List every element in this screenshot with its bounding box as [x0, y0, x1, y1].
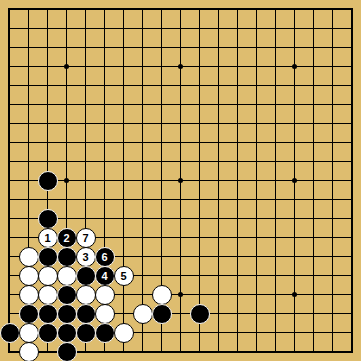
- intersection-C19[interactable]: [38, 0, 57, 19]
- intersection-E1[interactable]: [76, 342, 95, 361]
- intersection-K4[interactable]: [171, 285, 190, 304]
- intersection-G4[interactable]: [114, 285, 133, 304]
- intersection-F4[interactable]: [95, 285, 114, 304]
- intersection-E18[interactable]: [76, 19, 95, 38]
- intersection-N12[interactable]: [228, 133, 247, 152]
- intersection-H11[interactable]: [133, 152, 152, 171]
- intersection-G13[interactable]: [114, 114, 133, 133]
- intersection-G11[interactable]: [114, 152, 133, 171]
- intersection-D5[interactable]: [57, 266, 76, 285]
- intersection-S17[interactable]: [323, 38, 342, 57]
- intersection-R15[interactable]: [304, 76, 323, 95]
- intersection-D14[interactable]: [57, 95, 76, 114]
- intersection-T11[interactable]: [342, 152, 361, 171]
- intersection-R2[interactable]: [304, 323, 323, 342]
- intersection-M9[interactable]: [209, 190, 228, 209]
- intersection-Q4[interactable]: [285, 285, 304, 304]
- intersection-H6[interactable]: [133, 247, 152, 266]
- intersection-C10[interactable]: [38, 171, 57, 190]
- intersection-L13[interactable]: [190, 114, 209, 133]
- intersection-F18[interactable]: [95, 19, 114, 38]
- intersection-T6[interactable]: [342, 247, 361, 266]
- intersection-K9[interactable]: [171, 190, 190, 209]
- intersection-B16[interactable]: [19, 57, 38, 76]
- intersection-G8[interactable]: [114, 209, 133, 228]
- intersection-A11[interactable]: [0, 152, 19, 171]
- intersection-R5[interactable]: [304, 266, 323, 285]
- intersection-D1[interactable]: [57, 342, 76, 361]
- intersection-L12[interactable]: [190, 133, 209, 152]
- intersection-B18[interactable]: [19, 19, 38, 38]
- intersection-L1[interactable]: [190, 342, 209, 361]
- intersection-R8[interactable]: [304, 209, 323, 228]
- intersection-B9[interactable]: [19, 190, 38, 209]
- intersection-H16[interactable]: [133, 57, 152, 76]
- intersection-M2[interactable]: [209, 323, 228, 342]
- intersection-N16[interactable]: [228, 57, 247, 76]
- intersection-M16[interactable]: [209, 57, 228, 76]
- intersection-P12[interactable]: [266, 133, 285, 152]
- intersection-K15[interactable]: [171, 76, 190, 95]
- intersection-R9[interactable]: [304, 190, 323, 209]
- intersection-M12[interactable]: [209, 133, 228, 152]
- intersection-P2[interactable]: [266, 323, 285, 342]
- intersection-C5[interactable]: [38, 266, 57, 285]
- intersection-O10[interactable]: [247, 171, 266, 190]
- intersection-K13[interactable]: [171, 114, 190, 133]
- intersection-L9[interactable]: [190, 190, 209, 209]
- intersection-G15[interactable]: [114, 76, 133, 95]
- intersection-D7[interactable]: 2: [57, 228, 76, 247]
- intersection-T16[interactable]: [342, 57, 361, 76]
- intersection-P15[interactable]: [266, 76, 285, 95]
- intersection-Q9[interactable]: [285, 190, 304, 209]
- intersection-F3[interactable]: [95, 304, 114, 323]
- intersection-B10[interactable]: [19, 171, 38, 190]
- intersection-S11[interactable]: [323, 152, 342, 171]
- intersection-G14[interactable]: [114, 95, 133, 114]
- intersection-D17[interactable]: [57, 38, 76, 57]
- intersection-P6[interactable]: [266, 247, 285, 266]
- intersection-L19[interactable]: [190, 0, 209, 19]
- intersection-A10[interactable]: [0, 171, 19, 190]
- intersection-A16[interactable]: [0, 57, 19, 76]
- intersection-E19[interactable]: [76, 0, 95, 19]
- intersection-F14[interactable]: [95, 95, 114, 114]
- intersection-P10[interactable]: [266, 171, 285, 190]
- intersection-B3[interactable]: [19, 304, 38, 323]
- intersection-L2[interactable]: [190, 323, 209, 342]
- intersection-T15[interactable]: [342, 76, 361, 95]
- intersection-E10[interactable]: [76, 171, 95, 190]
- intersection-M10[interactable]: [209, 171, 228, 190]
- intersection-O11[interactable]: [247, 152, 266, 171]
- intersection-O17[interactable]: [247, 38, 266, 57]
- intersection-N3[interactable]: [228, 304, 247, 323]
- intersection-S6[interactable]: [323, 247, 342, 266]
- intersection-F13[interactable]: [95, 114, 114, 133]
- intersection-J5[interactable]: [152, 266, 171, 285]
- intersection-M19[interactable]: [209, 0, 228, 19]
- intersection-S2[interactable]: [323, 323, 342, 342]
- intersection-Q14[interactable]: [285, 95, 304, 114]
- intersection-H17[interactable]: [133, 38, 152, 57]
- intersection-K7[interactable]: [171, 228, 190, 247]
- intersection-H19[interactable]: [133, 0, 152, 19]
- intersection-N5[interactable]: [228, 266, 247, 285]
- intersection-T1[interactable]: [342, 342, 361, 361]
- intersection-G3[interactable]: [114, 304, 133, 323]
- intersection-C2[interactable]: [38, 323, 57, 342]
- intersection-N4[interactable]: [228, 285, 247, 304]
- intersection-D18[interactable]: [57, 19, 76, 38]
- intersection-C13[interactable]: [38, 114, 57, 133]
- intersection-S1[interactable]: [323, 342, 342, 361]
- intersection-Q8[interactable]: [285, 209, 304, 228]
- intersection-F6[interactable]: 6: [95, 247, 114, 266]
- intersection-K11[interactable]: [171, 152, 190, 171]
- intersection-O7[interactable]: [247, 228, 266, 247]
- intersection-L3[interactable]: [190, 304, 209, 323]
- intersection-S5[interactable]: [323, 266, 342, 285]
- intersection-Q12[interactable]: [285, 133, 304, 152]
- intersection-C12[interactable]: [38, 133, 57, 152]
- intersection-S9[interactable]: [323, 190, 342, 209]
- intersection-Q16[interactable]: [285, 57, 304, 76]
- intersection-P16[interactable]: [266, 57, 285, 76]
- intersection-P1[interactable]: [266, 342, 285, 361]
- intersection-A5[interactable]: [0, 266, 19, 285]
- intersection-L16[interactable]: [190, 57, 209, 76]
- intersection-C4[interactable]: [38, 285, 57, 304]
- intersection-L14[interactable]: [190, 95, 209, 114]
- intersection-F10[interactable]: [95, 171, 114, 190]
- intersection-J1[interactable]: [152, 342, 171, 361]
- intersection-D13[interactable]: [57, 114, 76, 133]
- intersection-S3[interactable]: [323, 304, 342, 323]
- intersection-N19[interactable]: [228, 0, 247, 19]
- intersection-L6[interactable]: [190, 247, 209, 266]
- intersection-O2[interactable]: [247, 323, 266, 342]
- intersection-R10[interactable]: [304, 171, 323, 190]
- intersection-R4[interactable]: [304, 285, 323, 304]
- intersection-F16[interactable]: [95, 57, 114, 76]
- intersection-E3[interactable]: [76, 304, 95, 323]
- intersection-H3[interactable]: [133, 304, 152, 323]
- intersection-C8[interactable]: [38, 209, 57, 228]
- intersection-S12[interactable]: [323, 133, 342, 152]
- intersection-B7[interactable]: [19, 228, 38, 247]
- intersection-G2[interactable]: [114, 323, 133, 342]
- intersection-S19[interactable]: [323, 0, 342, 19]
- intersection-S4[interactable]: [323, 285, 342, 304]
- intersection-T5[interactable]: [342, 266, 361, 285]
- intersection-E17[interactable]: [76, 38, 95, 57]
- intersection-H14[interactable]: [133, 95, 152, 114]
- intersection-M8[interactable]: [209, 209, 228, 228]
- intersection-K18[interactable]: [171, 19, 190, 38]
- intersection-L11[interactable]: [190, 152, 209, 171]
- intersection-O3[interactable]: [247, 304, 266, 323]
- intersection-D16[interactable]: [57, 57, 76, 76]
- intersection-B14[interactable]: [19, 95, 38, 114]
- intersection-A4[interactable]: [0, 285, 19, 304]
- intersection-J8[interactable]: [152, 209, 171, 228]
- intersection-B13[interactable]: [19, 114, 38, 133]
- intersection-C7[interactable]: 1: [38, 228, 57, 247]
- intersection-B6[interactable]: [19, 247, 38, 266]
- intersection-F9[interactable]: [95, 190, 114, 209]
- intersection-K6[interactable]: [171, 247, 190, 266]
- intersection-R12[interactable]: [304, 133, 323, 152]
- intersection-E14[interactable]: [76, 95, 95, 114]
- intersection-Q17[interactable]: [285, 38, 304, 57]
- intersection-L7[interactable]: [190, 228, 209, 247]
- intersection-J16[interactable]: [152, 57, 171, 76]
- intersection-A2[interactable]: [0, 323, 19, 342]
- intersection-B19[interactable]: [19, 0, 38, 19]
- intersection-Q10[interactable]: [285, 171, 304, 190]
- intersection-A7[interactable]: [0, 228, 19, 247]
- intersection-D8[interactable]: [57, 209, 76, 228]
- intersection-T8[interactable]: [342, 209, 361, 228]
- intersection-E6[interactable]: 3: [76, 247, 95, 266]
- intersection-P19[interactable]: [266, 0, 285, 19]
- intersection-B5[interactable]: [19, 266, 38, 285]
- intersection-N1[interactable]: [228, 342, 247, 361]
- intersection-H8[interactable]: [133, 209, 152, 228]
- intersection-A13[interactable]: [0, 114, 19, 133]
- intersection-M7[interactable]: [209, 228, 228, 247]
- intersection-O19[interactable]: [247, 0, 266, 19]
- intersection-G9[interactable]: [114, 190, 133, 209]
- intersection-T14[interactable]: [342, 95, 361, 114]
- intersection-H5[interactable]: [133, 266, 152, 285]
- intersection-S16[interactable]: [323, 57, 342, 76]
- intersection-T18[interactable]: [342, 19, 361, 38]
- intersection-F1[interactable]: [95, 342, 114, 361]
- intersection-O15[interactable]: [247, 76, 266, 95]
- intersection-S13[interactable]: [323, 114, 342, 133]
- intersection-J6[interactable]: [152, 247, 171, 266]
- intersection-S15[interactable]: [323, 76, 342, 95]
- intersection-M3[interactable]: [209, 304, 228, 323]
- intersection-N6[interactable]: [228, 247, 247, 266]
- intersection-P5[interactable]: [266, 266, 285, 285]
- intersection-R18[interactable]: [304, 19, 323, 38]
- intersection-B4[interactable]: [19, 285, 38, 304]
- intersection-S14[interactable]: [323, 95, 342, 114]
- intersection-T19[interactable]: [342, 0, 361, 19]
- intersection-C6[interactable]: [38, 247, 57, 266]
- intersection-E15[interactable]: [76, 76, 95, 95]
- intersection-H12[interactable]: [133, 133, 152, 152]
- intersection-E12[interactable]: [76, 133, 95, 152]
- intersection-L5[interactable]: [190, 266, 209, 285]
- intersection-G7[interactable]: [114, 228, 133, 247]
- intersection-O6[interactable]: [247, 247, 266, 266]
- intersection-R17[interactable]: [304, 38, 323, 57]
- intersection-G5[interactable]: 5: [114, 266, 133, 285]
- intersection-Q11[interactable]: [285, 152, 304, 171]
- intersection-A14[interactable]: [0, 95, 19, 114]
- intersection-T3[interactable]: [342, 304, 361, 323]
- intersection-F17[interactable]: [95, 38, 114, 57]
- intersection-O14[interactable]: [247, 95, 266, 114]
- intersection-L4[interactable]: [190, 285, 209, 304]
- intersection-A17[interactable]: [0, 38, 19, 57]
- intersection-G1[interactable]: [114, 342, 133, 361]
- intersection-J2[interactable]: [152, 323, 171, 342]
- intersection-H2[interactable]: [133, 323, 152, 342]
- intersection-K5[interactable]: [171, 266, 190, 285]
- intersection-H9[interactable]: [133, 190, 152, 209]
- intersection-R13[interactable]: [304, 114, 323, 133]
- intersection-A19[interactable]: [0, 0, 19, 19]
- intersection-M14[interactable]: [209, 95, 228, 114]
- intersection-T17[interactable]: [342, 38, 361, 57]
- intersection-C15[interactable]: [38, 76, 57, 95]
- intersection-G19[interactable]: [114, 0, 133, 19]
- intersection-F8[interactable]: [95, 209, 114, 228]
- intersection-M18[interactable]: [209, 19, 228, 38]
- intersection-H15[interactable]: [133, 76, 152, 95]
- intersection-L10[interactable]: [190, 171, 209, 190]
- intersection-E8[interactable]: [76, 209, 95, 228]
- intersection-P8[interactable]: [266, 209, 285, 228]
- intersection-P7[interactable]: [266, 228, 285, 247]
- intersection-T10[interactable]: [342, 171, 361, 190]
- intersection-G17[interactable]: [114, 38, 133, 57]
- intersection-F12[interactable]: [95, 133, 114, 152]
- intersection-B17[interactable]: [19, 38, 38, 57]
- intersection-B1[interactable]: [19, 342, 38, 361]
- intersection-H10[interactable]: [133, 171, 152, 190]
- intersection-J4[interactable]: [152, 285, 171, 304]
- intersection-B8[interactable]: [19, 209, 38, 228]
- intersection-M15[interactable]: [209, 76, 228, 95]
- intersection-M17[interactable]: [209, 38, 228, 57]
- intersection-Q6[interactable]: [285, 247, 304, 266]
- intersection-C16[interactable]: [38, 57, 57, 76]
- intersection-P9[interactable]: [266, 190, 285, 209]
- intersection-A3[interactable]: [0, 304, 19, 323]
- intersection-G18[interactable]: [114, 19, 133, 38]
- intersection-Q13[interactable]: [285, 114, 304, 133]
- intersection-P13[interactable]: [266, 114, 285, 133]
- intersection-J9[interactable]: [152, 190, 171, 209]
- intersection-N13[interactable]: [228, 114, 247, 133]
- intersection-D10[interactable]: [57, 171, 76, 190]
- intersection-F15[interactable]: [95, 76, 114, 95]
- intersection-O18[interactable]: [247, 19, 266, 38]
- intersection-G16[interactable]: [114, 57, 133, 76]
- intersection-L18[interactable]: [190, 19, 209, 38]
- intersection-S8[interactable]: [323, 209, 342, 228]
- intersection-N14[interactable]: [228, 95, 247, 114]
- intersection-O12[interactable]: [247, 133, 266, 152]
- intersection-T7[interactable]: [342, 228, 361, 247]
- intersection-A1[interactable]: [0, 342, 19, 361]
- intersection-Q5[interactable]: [285, 266, 304, 285]
- intersection-A8[interactable]: [0, 209, 19, 228]
- intersection-Q18[interactable]: [285, 19, 304, 38]
- intersection-E16[interactable]: [76, 57, 95, 76]
- intersection-P11[interactable]: [266, 152, 285, 171]
- intersection-R3[interactable]: [304, 304, 323, 323]
- intersection-K17[interactable]: [171, 38, 190, 57]
- intersection-S7[interactable]: [323, 228, 342, 247]
- intersection-P17[interactable]: [266, 38, 285, 57]
- intersection-E13[interactable]: [76, 114, 95, 133]
- intersection-R19[interactable]: [304, 0, 323, 19]
- intersection-C1[interactable]: [38, 342, 57, 361]
- intersection-N7[interactable]: [228, 228, 247, 247]
- intersection-N17[interactable]: [228, 38, 247, 57]
- intersection-D11[interactable]: [57, 152, 76, 171]
- intersection-J18[interactable]: [152, 19, 171, 38]
- intersection-E5[interactable]: [76, 266, 95, 285]
- intersection-Q1[interactable]: [285, 342, 304, 361]
- intersection-C9[interactable]: [38, 190, 57, 209]
- intersection-A9[interactable]: [0, 190, 19, 209]
- intersection-J19[interactable]: [152, 0, 171, 19]
- intersection-F11[interactable]: [95, 152, 114, 171]
- intersection-J12[interactable]: [152, 133, 171, 152]
- intersection-G12[interactable]: [114, 133, 133, 152]
- intersection-D12[interactable]: [57, 133, 76, 152]
- intersection-G6[interactable]: [114, 247, 133, 266]
- intersection-P3[interactable]: [266, 304, 285, 323]
- intersection-T12[interactable]: [342, 133, 361, 152]
- intersection-D9[interactable]: [57, 190, 76, 209]
- intersection-T2[interactable]: [342, 323, 361, 342]
- intersection-M4[interactable]: [209, 285, 228, 304]
- intersection-H13[interactable]: [133, 114, 152, 133]
- intersection-M11[interactable]: [209, 152, 228, 171]
- intersection-D2[interactable]: [57, 323, 76, 342]
- intersection-E11[interactable]: [76, 152, 95, 171]
- intersection-O9[interactable]: [247, 190, 266, 209]
- intersection-K12[interactable]: [171, 133, 190, 152]
- intersection-T4[interactable]: [342, 285, 361, 304]
- intersection-E2[interactable]: [76, 323, 95, 342]
- intersection-L15[interactable]: [190, 76, 209, 95]
- intersection-S18[interactable]: [323, 19, 342, 38]
- intersection-M1[interactable]: [209, 342, 228, 361]
- intersection-K10[interactable]: [171, 171, 190, 190]
- intersection-T13[interactable]: [342, 114, 361, 133]
- intersection-R7[interactable]: [304, 228, 323, 247]
- intersection-G10[interactable]: [114, 171, 133, 190]
- intersection-D19[interactable]: [57, 0, 76, 19]
- intersection-H1[interactable]: [133, 342, 152, 361]
- intersection-H4[interactable]: [133, 285, 152, 304]
- intersection-D15[interactable]: [57, 76, 76, 95]
- intersection-J7[interactable]: [152, 228, 171, 247]
- intersection-F2[interactable]: [95, 323, 114, 342]
- intersection-M5[interactable]: [209, 266, 228, 285]
- intersection-Q3[interactable]: [285, 304, 304, 323]
- intersection-S10[interactable]: [323, 171, 342, 190]
- intersection-E4[interactable]: [76, 285, 95, 304]
- intersection-N11[interactable]: [228, 152, 247, 171]
- intersection-F7[interactable]: [95, 228, 114, 247]
- intersection-R14[interactable]: [304, 95, 323, 114]
- intersection-F19[interactable]: [95, 0, 114, 19]
- intersection-K19[interactable]: [171, 0, 190, 19]
- intersection-R1[interactable]: [304, 342, 323, 361]
